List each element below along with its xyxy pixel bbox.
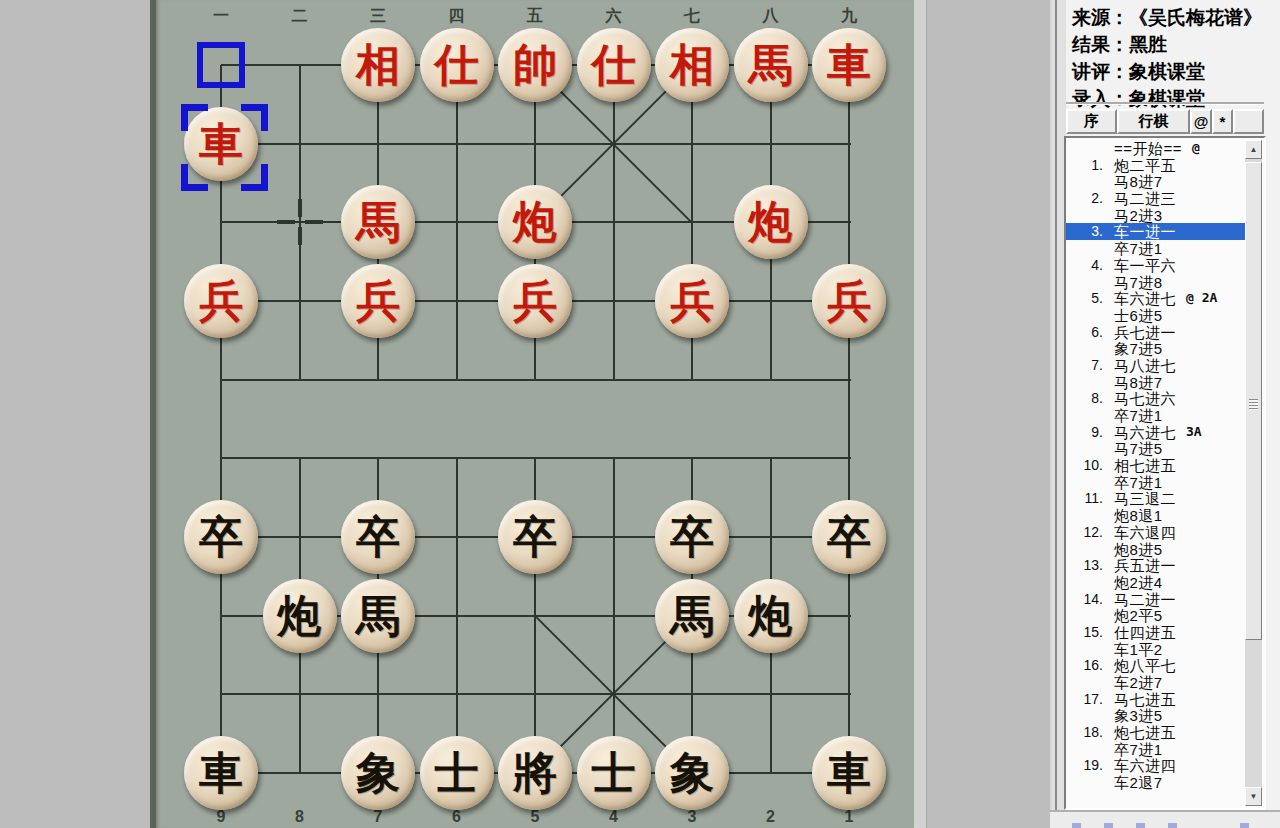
move-row[interactable]: 8.马七进六 — [1066, 390, 1246, 407]
move-number — [1066, 474, 1114, 491]
move-row[interactable]: 车2进7 — [1066, 674, 1246, 691]
move-row[interactable]: ==开始==@ — [1066, 140, 1246, 157]
move-number — [1066, 274, 1114, 291]
piece-black-卒[interactable]: 卒 — [498, 500, 572, 574]
move-number — [1066, 207, 1114, 224]
move-number: 7. — [1066, 357, 1114, 374]
move-text: 车一进一 — [1114, 223, 1176, 240]
file-label-bottom: 3 — [688, 808, 697, 826]
move-col-header-at[interactable]: @ — [1190, 109, 1212, 134]
move-number — [1066, 574, 1114, 591]
piece-red-帥[interactable]: 帥 — [498, 28, 572, 102]
move-row[interactable]: 士6进5 — [1066, 307, 1246, 324]
move-text: 车六进七 — [1114, 290, 1176, 307]
move-text: 车六进四 — [1114, 757, 1176, 774]
piece-black-士[interactable]: 士 — [577, 736, 651, 810]
move-row[interactable]: 马8进7 — [1066, 173, 1246, 190]
piece-red-相[interactable]: 相 — [655, 28, 729, 102]
piece-black-炮[interactable]: 炮 — [263, 579, 337, 653]
move-text: 象3进5 — [1114, 707, 1163, 724]
move-number: 4. — [1066, 257, 1114, 274]
piece-red-車[interactable]: 車 — [812, 28, 886, 102]
move-number — [1066, 407, 1114, 424]
info-result: 结果：黑胜 — [1072, 31, 1272, 58]
move-row[interactable]: 15.仕四进五 — [1066, 624, 1246, 641]
selected-piece-corner-marker — [181, 104, 208, 131]
move-number — [1066, 607, 1114, 624]
move-number: 15. — [1066, 624, 1114, 641]
piece-black-車[interactable]: 車 — [184, 736, 258, 810]
scrollbar-grip-icon — [1249, 399, 1258, 410]
move-text: 马七进五 — [1114, 691, 1176, 708]
crosshair-cursor-icon — [277, 220, 295, 224]
move-text: 车2进7 — [1114, 674, 1163, 691]
move-number: 9. — [1066, 424, 1114, 441]
info-commentary: 讲评：象棋课堂 — [1072, 58, 1272, 85]
piece-red-炮[interactable]: 炮 — [498, 185, 572, 259]
grid-vline — [613, 65, 615, 380]
move-row[interactable]: 13.兵五进一 — [1066, 557, 1246, 574]
file-label-bottom: 4 — [609, 808, 618, 826]
file-label-top: 一 — [213, 6, 229, 27]
move-col-header-index[interactable]: 序 — [1066, 109, 1117, 134]
move-number — [1066, 541, 1114, 558]
move-text: 马六进七 — [1114, 424, 1176, 441]
move-row[interactable]: 象7进5 — [1066, 340, 1246, 357]
grid-hline — [221, 143, 851, 145]
move-text: 车六退四 — [1114, 524, 1176, 541]
file-label-bottom: 5 — [531, 808, 540, 826]
move-row[interactable]: 7.马八进七 — [1066, 357, 1246, 374]
move-number — [1066, 340, 1114, 357]
move-number: 2. — [1066, 190, 1114, 207]
move-text: 仕四进五 — [1114, 624, 1176, 641]
move-list-scrollbar[interactable]: ▲ ▼ — [1245, 140, 1262, 806]
piece-black-炮[interactable]: 炮 — [734, 579, 808, 653]
move-annotation: @ 2A — [1186, 290, 1217, 307]
piece-red-兵[interactable]: 兵 — [655, 264, 729, 338]
grid-hline — [221, 693, 851, 695]
move-text: 炮2平5 — [1114, 607, 1163, 624]
file-label-bottom: 7 — [374, 808, 383, 826]
move-list[interactable]: ==开始==@1.炮二平五马8进72.马二进三马2进33.车一进一卒7进14.车… — [1066, 140, 1246, 806]
piece-black-馬[interactable]: 馬 — [341, 579, 415, 653]
move-text: 马8进7 — [1114, 173, 1163, 190]
move-row[interactable]: 9.马六进七3A — [1066, 424, 1246, 441]
move-number: 11. — [1066, 490, 1114, 507]
file-label-top: 二 — [292, 6, 308, 27]
scroll-up-icon: ▲ — [1250, 145, 1258, 154]
move-text: 卒7进1 — [1114, 407, 1163, 424]
toolbar-fragment-icon — [1072, 823, 1081, 828]
move-text: 马三退二 — [1114, 490, 1176, 507]
move-row[interactable]: 16.炮八平七 — [1066, 657, 1246, 674]
scroll-down-icon: ▼ — [1250, 792, 1258, 801]
crosshair-cursor-icon — [305, 220, 323, 224]
move-number — [1066, 173, 1114, 190]
piece-black-士[interactable]: 士 — [420, 736, 494, 810]
move-number — [1066, 674, 1114, 691]
file-label-top: 六 — [606, 6, 622, 27]
grid-hline — [221, 457, 851, 459]
piece-red-兵[interactable]: 兵 — [498, 264, 572, 338]
move-row[interactable]: 10.相七进五 — [1066, 457, 1246, 474]
crosshair-cursor-icon — [298, 227, 302, 245]
piece-black-將[interactable]: 將 — [498, 736, 572, 810]
move-text: 兵五进一 — [1114, 557, 1176, 574]
move-row[interactable]: 马7进8 — [1066, 274, 1246, 291]
move-row[interactable]: 14.马二进一 — [1066, 591, 1246, 608]
move-list-frame: ==开始==@1.炮二平五马8进72.马二进三马2进33.车一进一卒7进14.车… — [1064, 136, 1266, 810]
move-number: 5. — [1066, 290, 1114, 307]
move-row[interactable]: 4.车一平六 — [1066, 257, 1246, 274]
move-number: 14. — [1066, 591, 1114, 608]
move-col-header-star[interactable]: * — [1212, 109, 1233, 134]
board-edge — [914, 0, 927, 828]
move-row[interactable]: 炮2进4 — [1066, 574, 1246, 591]
move-row[interactable]: 19.车六进四 — [1066, 757, 1246, 774]
move-number: 6. — [1066, 324, 1114, 341]
move-text: 象7进5 — [1114, 340, 1163, 357]
piece-red-馬[interactable]: 馬 — [734, 28, 808, 102]
move-row[interactable]: 卒7进1 — [1066, 741, 1246, 758]
selected-piece-corner-marker — [181, 164, 208, 191]
move-row[interactable]: 17.马七进五 — [1066, 691, 1246, 708]
selected-piece-corner-marker — [241, 104, 268, 131]
move-text: 炮2进4 — [1114, 574, 1163, 591]
piece-black-卒[interactable]: 卒 — [655, 500, 729, 574]
file-label-top: 三 — [370, 6, 386, 27]
game-info-panel: 来源：《吴氏梅花谱》 结果：黑胜 讲评：象棋课堂 录入：象棋课堂 — [1072, 4, 1272, 112]
move-text: 炮8进5 — [1114, 541, 1163, 558]
move-number — [1066, 507, 1114, 524]
move-row[interactable]: 车2退7 — [1066, 774, 1246, 791]
grid-vline — [299, 65, 301, 380]
move-text: 车一平六 — [1114, 257, 1176, 274]
move-row[interactable]: 马8进7 — [1066, 374, 1246, 391]
file-label-top: 五 — [527, 6, 543, 27]
toolbar-fragment-icon — [1240, 823, 1249, 828]
file-label-bottom: 8 — [295, 808, 304, 826]
piece-black-卒[interactable]: 卒 — [812, 500, 886, 574]
move-row[interactable]: 11.马三退二 — [1066, 490, 1246, 507]
info-source: 来源：《吴氏梅花谱》 — [1072, 4, 1272, 31]
file-label-top: 九 — [841, 6, 857, 27]
move-number: 12. — [1066, 524, 1114, 541]
scrollbar-thumb[interactable] — [1245, 162, 1262, 640]
move-number — [1066, 641, 1114, 658]
move-number: 8. — [1066, 390, 1114, 407]
scroll-up-button[interactable]: ▲ — [1245, 140, 1262, 159]
piece-red-兵[interactable]: 兵 — [812, 264, 886, 338]
move-text: 炮8退1 — [1114, 507, 1163, 524]
move-row[interactable]: 5.车六进七@ 2A — [1066, 290, 1246, 307]
move-number — [1066, 440, 1114, 457]
file-label-bottom: 6 — [452, 808, 461, 826]
move-text: 卒7进1 — [1114, 474, 1163, 491]
move-number — [1066, 707, 1114, 724]
piece-red-相[interactable]: 相 — [341, 28, 415, 102]
file-label-top: 七 — [684, 6, 700, 27]
toolbar-fragment-icon — [1136, 823, 1145, 828]
move-row[interactable]: 卒7进1 — [1066, 407, 1246, 424]
grid-hline — [221, 379, 851, 381]
move-text: 车2退7 — [1114, 774, 1163, 791]
last-move-from-marker — [197, 42, 245, 88]
move-row[interactable]: 车1平2 — [1066, 641, 1246, 658]
move-row[interactable]: 马2进3 — [1066, 207, 1246, 224]
move-text: 马7进8 — [1114, 274, 1163, 291]
panel-groove — [1066, 102, 1264, 105]
move-text: 相七进五 — [1114, 457, 1176, 474]
move-row-current[interactable]: 3.车一进一 — [1066, 223, 1246, 240]
piece-black-卒[interactable]: 卒 — [184, 500, 258, 574]
crosshair-cursor-icon — [298, 199, 302, 217]
move-number: 1. — [1066, 157, 1114, 174]
move-text: 卒7进1 — [1114, 741, 1163, 758]
file-label-bottom: 2 — [766, 808, 775, 826]
grid-vline — [456, 458, 458, 773]
move-row[interactable]: 1.炮二平五 — [1066, 157, 1246, 174]
move-row[interactable]: 炮8退1 — [1066, 507, 1246, 524]
piece-black-象[interactable]: 象 — [655, 736, 729, 810]
grid-vline — [848, 65, 850, 773]
move-text: 炮二平五 — [1114, 157, 1176, 174]
move-row[interactable]: 炮2平5 — [1066, 607, 1246, 624]
move-row[interactable]: 马7进5 — [1066, 440, 1246, 457]
grid-vline — [613, 458, 615, 773]
move-row[interactable]: 12.车六退四 — [1066, 524, 1246, 541]
move-annotation: 3A — [1186, 424, 1202, 441]
move-number: 16. — [1066, 657, 1114, 674]
move-row[interactable]: 6.兵七进一 — [1066, 324, 1246, 341]
move-text: 卒7进1 — [1114, 240, 1163, 257]
piece-red-兵[interactable]: 兵 — [341, 264, 415, 338]
move-number: 13. — [1066, 557, 1114, 574]
piece-red-仕[interactable]: 仕 — [420, 28, 494, 102]
piece-black-馬[interactable]: 馬 — [655, 579, 729, 653]
move-row[interactable]: 炮8进5 — [1066, 541, 1246, 558]
scroll-down-button[interactable]: ▼ — [1245, 787, 1262, 806]
move-row[interactable]: 卒7进1 — [1066, 240, 1246, 257]
move-row[interactable]: 2.马二进三 — [1066, 190, 1246, 207]
file-label-top: 八 — [763, 6, 779, 27]
move-number: 10. — [1066, 457, 1114, 474]
move-col-header-blank[interactable] — [1233, 109, 1264, 134]
move-number: 18. — [1066, 724, 1114, 741]
info-recorder: 录入：象棋课堂 — [1072, 85, 1272, 112]
move-text: ==开始== — [1114, 140, 1182, 157]
move-text: 马二进一 — [1114, 591, 1176, 608]
move-text: 马八进七 — [1114, 357, 1176, 374]
move-row[interactable]: 象3进5 — [1066, 707, 1246, 724]
move-text: 兵七进一 — [1114, 324, 1176, 341]
move-number: 3. — [1066, 223, 1114, 240]
bottom-toolbar-partial — [1050, 810, 1280, 828]
move-text: 马二进三 — [1114, 190, 1176, 207]
move-text: 炮八平七 — [1114, 657, 1176, 674]
move-text: 车1平2 — [1114, 641, 1163, 658]
move-col-header-move[interactable]: 行棋 — [1117, 109, 1190, 134]
move-number — [1066, 140, 1114, 157]
move-annotation: @ — [1192, 140, 1200, 157]
move-text: 炮七进五 — [1114, 724, 1176, 741]
move-number — [1066, 374, 1114, 391]
piece-red-馬[interactable]: 馬 — [341, 185, 415, 259]
file-label-bottom: 1 — [845, 808, 854, 826]
move-text: 马7进5 — [1114, 440, 1163, 457]
piece-black-象[interactable]: 象 — [341, 736, 415, 810]
xiangqi-board[interactable]: 一二三四五六七八九987654321相仕帥仕相馬車車馬炮炮兵兵兵兵兵卒卒卒卒卒炮… — [150, 0, 914, 828]
move-text: 马七进六 — [1114, 390, 1176, 407]
file-label-bottom: 9 — [217, 808, 226, 826]
move-text: 马2进3 — [1114, 207, 1163, 224]
move-number — [1066, 741, 1114, 758]
piece-black-卒[interactable]: 卒 — [341, 500, 415, 574]
piece-red-仕[interactable]: 仕 — [577, 28, 651, 102]
piece-red-兵[interactable]: 兵 — [184, 264, 258, 338]
move-number: 19. — [1066, 757, 1114, 774]
grid-vline — [456, 65, 458, 380]
toolbar-fragment-icon — [1104, 823, 1113, 828]
move-number — [1066, 774, 1114, 791]
move-text: 士6进5 — [1114, 307, 1163, 324]
move-text: 马8进7 — [1114, 374, 1163, 391]
move-number: 17. — [1066, 691, 1114, 708]
toolbar-fragment-icon — [1168, 823, 1177, 828]
file-label-top: 四 — [449, 6, 465, 27]
move-number — [1066, 240, 1114, 257]
piece-red-炮[interactable]: 炮 — [734, 185, 808, 259]
move-row[interactable]: 卒7进1 — [1066, 474, 1246, 491]
piece-black-車[interactable]: 車 — [812, 736, 886, 810]
move-row[interactable]: 18.炮七进五 — [1066, 724, 1246, 741]
selected-piece-corner-marker — [241, 164, 268, 191]
move-number — [1066, 307, 1114, 324]
